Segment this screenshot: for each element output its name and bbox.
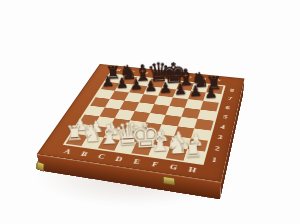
square-a6 [96, 89, 115, 99]
square-h8: ♜ [206, 85, 223, 95]
black-pawn-h7: ♟ [203, 86, 219, 101]
square-g7: ♟ [188, 91, 206, 101]
black-king-e8: ♚ [161, 59, 177, 88]
far-file-label-c: C [181, 74, 198, 81]
square-g8: ♞ [191, 83, 209, 92]
square-b6 [110, 91, 129, 101]
square-e7: ♟ [158, 88, 176, 98]
square-b7: ♟ [115, 83, 134, 92]
square-h7: ♟ [203, 93, 221, 103]
square-h1: ♜ [184, 149, 205, 163]
black-pawn-f7: ♟ [172, 83, 188, 98]
square-b8: ♞ [119, 76, 137, 85]
rank-label-7: 7 [221, 94, 239, 104]
black-bishop-f8: ♝ [175, 66, 191, 89]
brass-latch-clasp [162, 176, 175, 186]
black-bishop-c8: ♝ [132, 62, 148, 85]
far-file-label-b: B [196, 75, 213, 83]
black-rook-a8: ♜ [105, 64, 120, 82]
black-pawn-g7: ♟ [188, 84, 204, 99]
black-pawn-b7: ♟ [114, 76, 130, 91]
file-labels-far: ABCDEFGH [110, 67, 228, 85]
square-h6 [200, 101, 218, 112]
rank-label-6: 6 [218, 102, 236, 113]
square-f2: ♟ [153, 134, 174, 147]
square-a4 [85, 106, 105, 117]
square-e8: ♚ [162, 80, 180, 89]
far-file-label-g: G [124, 68, 141, 75]
black-pawn-c7: ♟ [128, 78, 144, 93]
file-label-e: E [125, 155, 148, 169]
far-file-label-h: H [110, 67, 127, 74]
photo-background: ♜♞♝♛♚♝♞♜♟♟♟♟♟♟♟♟♟♟♟♟♟♟♟♟♜♞♝♛♚♝♞♜ ABCDEFG… [0, 0, 300, 224]
square-a7: ♟ [101, 82, 120, 91]
square-f8: ♝ [176, 82, 194, 91]
square-c5 [120, 101, 140, 111]
far-file-label-d: D [166, 72, 183, 79]
black-pawn-d7: ♟ [143, 79, 159, 94]
black-rook-h8: ♜ [205, 74, 221, 93]
black-knight-b8: ♞ [119, 63, 135, 84]
far-file-label-e: E [152, 71, 169, 78]
square-b5 [105, 99, 125, 109]
square-d7: ♟ [143, 86, 161, 96]
black-pawn-a7: ♟ [100, 75, 116, 90]
far-file-label-f: F [138, 70, 155, 77]
chess-board: ♜♞♝♛♚♝♞♜♟♟♟♟♟♟♟♟♟♟♟♟♟♟♟♟♜♞♝♛♚♝♞♜ ABCDEFG… [37, 64, 245, 182]
square-b4 [99, 107, 119, 118]
square-d4 [130, 111, 150, 122]
scene: ♜♞♝♛♚♝♞♜♟♟♟♟♟♟♟♟♟♟♟♟♟♟♟♟♜♞♝♛♚♝♞♜ ABCDEFG… [0, 0, 300, 224]
square-a8: ♜ [106, 74, 124, 83]
brass-hook-clasp [36, 161, 45, 172]
square-c6 [124, 92, 143, 102]
square-a5 [90, 97, 110, 107]
rank-label-2: 2 [207, 142, 228, 156]
square-e6 [154, 96, 173, 106]
square-d8: ♛ [147, 79, 165, 88]
square-h3 [191, 128, 211, 140]
square-f7: ♟ [173, 89, 191, 99]
square-c7: ♟ [129, 85, 147, 94]
square-f6 [169, 97, 188, 107]
far-file-label-a: A [211, 77, 228, 85]
square-d5 [135, 102, 154, 113]
black-pawn-e7: ♟ [158, 81, 174, 96]
rank-label-1: 1 [204, 153, 225, 168]
black-knight-g8: ♞ [190, 70, 206, 92]
rank-label-8: 8 [223, 85, 240, 95]
square-g6 [185, 99, 204, 109]
black-queen-d8: ♛ [146, 60, 162, 87]
square-c8: ♝ [133, 77, 151, 86]
square-f1: ♝ [148, 145, 170, 159]
square-d6 [139, 94, 158, 104]
